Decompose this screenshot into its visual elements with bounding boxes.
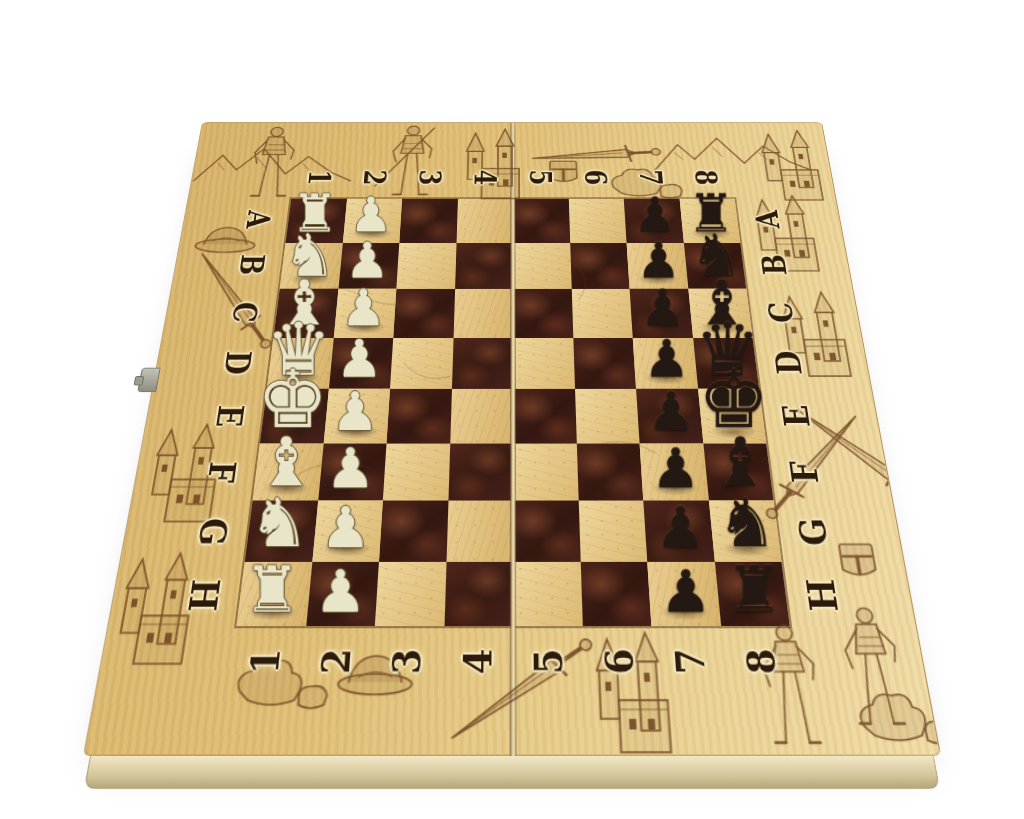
white-pawn[interactable]: ♟ xyxy=(331,387,379,438)
square-f5[interactable] xyxy=(513,443,578,500)
black-pawn[interactable]: ♟ xyxy=(636,238,680,285)
square-g2[interactable]: ♟ xyxy=(312,501,383,562)
square-b6[interactable] xyxy=(570,243,630,289)
rank-label: 2 xyxy=(303,627,368,696)
square-f6[interactable] xyxy=(576,443,643,500)
metal-latch-icon xyxy=(137,368,161,393)
square-a3[interactable] xyxy=(399,199,457,243)
file-label: G xyxy=(176,507,250,557)
file-label: H xyxy=(785,569,861,622)
file-label: B xyxy=(743,246,806,284)
square-g3[interactable] xyxy=(379,501,448,562)
file-label: E xyxy=(762,394,831,438)
square-e2[interactable]: ♟ xyxy=(323,389,390,443)
black-pawn[interactable]: ♟ xyxy=(655,502,706,556)
square-h4[interactable] xyxy=(444,561,513,626)
rank-label: 4 xyxy=(462,157,507,199)
square-d6[interactable] xyxy=(573,338,636,389)
square-e3[interactable] xyxy=(386,389,451,443)
rank-label: 1 xyxy=(231,627,298,696)
white-pawn[interactable]: ♟ xyxy=(341,285,386,333)
black-pawn[interactable]: ♟ xyxy=(647,387,695,438)
square-c4[interactable] xyxy=(453,289,513,338)
white-pawn[interactable]: ♟ xyxy=(326,443,375,495)
square-a5[interactable] xyxy=(513,199,570,243)
square-a6[interactable] xyxy=(568,199,626,243)
square-f4[interactable] xyxy=(448,443,513,500)
file-label: G xyxy=(777,507,851,557)
rank-label: 4 xyxy=(447,627,508,696)
square-h1[interactable]: ♜ xyxy=(237,561,312,626)
rank-label: 3 xyxy=(375,627,438,696)
square-g5[interactable] xyxy=(513,501,580,562)
white-pawn[interactable]: ♟ xyxy=(336,334,383,383)
rank-label: 5 xyxy=(519,627,580,696)
rank-label: 5 xyxy=(518,157,563,199)
file-label: F xyxy=(769,449,841,496)
white-pawn[interactable]: ♟ xyxy=(321,502,372,556)
square-b4[interactable] xyxy=(455,243,513,289)
white-knight[interactable]: ♞ xyxy=(249,491,309,555)
square-d4[interactable] xyxy=(451,338,513,389)
black-pawn[interactable]: ♟ xyxy=(659,564,711,619)
square-f7[interactable]: ♟ xyxy=(640,443,709,500)
file-label: F xyxy=(186,449,258,496)
white-pawn[interactable]: ♟ xyxy=(345,238,389,285)
square-h3[interactable] xyxy=(375,561,446,626)
rank-label: 7 xyxy=(658,627,723,696)
square-a4[interactable] xyxy=(456,199,513,243)
board-side-edge xyxy=(84,756,940,789)
rank-label: 8 xyxy=(728,627,795,696)
square-h2[interactable]: ♟ xyxy=(306,561,379,626)
file-label: E xyxy=(195,394,264,438)
square-c3[interactable] xyxy=(393,289,454,338)
square-h5[interactable] xyxy=(513,561,582,626)
square-b3[interactable] xyxy=(396,243,456,289)
square-e4[interactable] xyxy=(450,389,513,443)
black-pawn[interactable]: ♟ xyxy=(651,443,700,495)
square-e5[interactable] xyxy=(513,389,576,443)
white-pawn[interactable]: ♟ xyxy=(315,564,367,619)
square-d5[interactable] xyxy=(513,338,575,389)
board-scene: 12345678 12345678 ABCDEFGH ABCDEFGH ♜♟♟♜… xyxy=(152,28,872,748)
square-g7[interactable]: ♟ xyxy=(643,501,714,562)
rank-label: 3 xyxy=(407,157,454,199)
black-knight[interactable]: ♞ xyxy=(717,491,777,555)
square-b5[interactable] xyxy=(513,243,571,289)
black-pawn[interactable]: ♟ xyxy=(640,285,685,333)
square-e6[interactable] xyxy=(575,389,640,443)
square-h6[interactable] xyxy=(580,561,651,626)
photo-canvas: 12345678 12345678 ABCDEFGH ABCDEFGH ♜♟♟♜… xyxy=(0,0,1024,819)
file-label: B xyxy=(220,246,283,284)
file-label: A xyxy=(737,202,799,238)
square-f3[interactable] xyxy=(383,443,450,500)
square-g4[interactable] xyxy=(446,501,513,562)
rank-label: 6 xyxy=(573,157,620,199)
square-g6[interactable] xyxy=(578,501,647,562)
square-c6[interactable] xyxy=(571,289,632,338)
square-c5[interactable] xyxy=(513,289,573,338)
white-rook[interactable]: ♜ xyxy=(243,559,300,620)
square-f2[interactable]: ♟ xyxy=(318,443,387,500)
square-h8[interactable]: ♜ xyxy=(714,561,789,626)
square-d3[interactable] xyxy=(390,338,453,389)
square-e7[interactable]: ♟ xyxy=(636,389,703,443)
chess-board: 12345678 12345678 ABCDEFGH ABCDEFGH ♜♟♟♜… xyxy=(83,122,941,756)
file-label: A xyxy=(227,202,289,238)
rank-label: 6 xyxy=(588,627,651,696)
file-label: H xyxy=(165,569,241,622)
black-pawn[interactable]: ♟ xyxy=(643,334,690,383)
square-h7[interactable]: ♟ xyxy=(647,561,720,626)
black-rook[interactable]: ♜ xyxy=(726,559,783,620)
